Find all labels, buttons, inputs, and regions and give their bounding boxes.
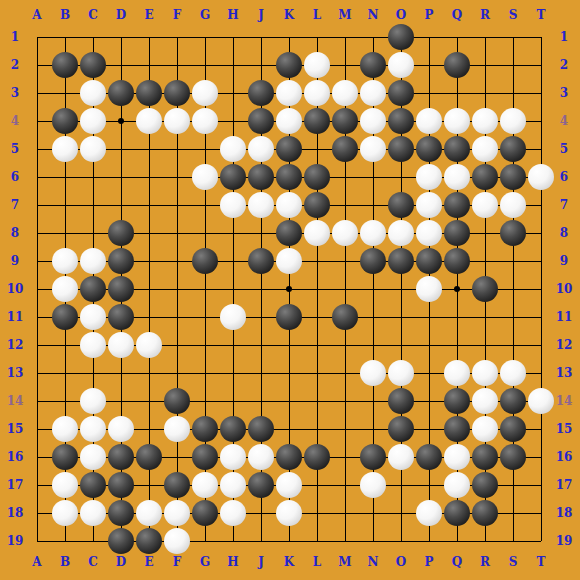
row-label-right-1: 1 (550, 29, 578, 45)
stone-F14-black: ● (164, 388, 190, 414)
stone-B4-black: ● (52, 108, 78, 134)
stone-R10-black: ● (472, 276, 498, 302)
stone-E3-black: ● (136, 80, 162, 106)
stone-Q18-black: ● (444, 500, 470, 526)
stone-Q7-black: ● (444, 192, 470, 218)
stone-S4-white: ○ (500, 108, 526, 134)
stone-O16-white: ○ (388, 444, 414, 470)
stone-O3-black: ● (388, 80, 414, 106)
stone-P4-white: ○ (416, 108, 442, 134)
stone-N13-white: ○ (360, 360, 386, 386)
stone-F15-white: ○ (164, 416, 190, 442)
stone-K9-white: ○ (276, 248, 302, 274)
stone-R13-white: ○ (472, 360, 498, 386)
stone-J5-white: ○ (248, 136, 274, 162)
row-label-left-18: 18 (1, 505, 29, 521)
row-label-right-5: 5 (550, 141, 578, 157)
stone-Q8-black: ● (444, 220, 470, 246)
stone-P6-white: ○ (416, 164, 442, 190)
col-label-top-O: O (387, 7, 415, 23)
stone-O1-black: ● (388, 24, 414, 50)
stone-K5-black: ● (276, 136, 302, 162)
col-label-top-S: S (499, 7, 527, 23)
col-label-bottom-H: H (219, 554, 247, 570)
stone-P18-white: ○ (416, 500, 442, 526)
stone-K16-black: ● (276, 444, 302, 470)
stone-F4-white: ○ (164, 108, 190, 134)
stone-R15-white: ○ (472, 416, 498, 442)
row-label-left-5: 5 (1, 141, 29, 157)
col-label-bottom-Q: Q (443, 554, 471, 570)
col-label-bottom-M: M (331, 554, 359, 570)
col-label-bottom-P: P (415, 554, 443, 570)
stone-P7-white: ○ (416, 192, 442, 218)
row-label-left-14: 14 (1, 393, 29, 409)
stone-H7-white: ○ (220, 192, 246, 218)
col-label-bottom-B: B (51, 554, 79, 570)
stone-O8-white: ○ (388, 220, 414, 246)
stone-P9-black: ● (416, 248, 442, 274)
row-label-right-12: 12 (550, 337, 578, 353)
stone-O9-black: ● (388, 248, 414, 274)
stone-R6-black: ● (472, 164, 498, 190)
row-label-right-11: 11 (550, 309, 578, 325)
stone-L4-black: ● (304, 108, 330, 134)
col-label-top-L: L (303, 7, 331, 23)
stone-N16-black: ● (360, 444, 386, 470)
stone-B10-white: ○ (52, 276, 78, 302)
col-label-bottom-R: R (471, 554, 499, 570)
stone-P10-white: ○ (416, 276, 442, 302)
stone-H6-black: ● (220, 164, 246, 190)
stone-S13-white: ○ (500, 360, 526, 386)
row-label-right-13: 13 (550, 365, 578, 381)
stone-F17-black: ● (164, 472, 190, 498)
stone-B15-white: ○ (52, 416, 78, 442)
row-label-left-13: 13 (1, 365, 29, 381)
stone-B16-black: ● (52, 444, 78, 470)
stone-M8-white: ○ (332, 220, 358, 246)
stone-F19-white: ○ (164, 528, 190, 554)
col-label-top-J: J (247, 7, 275, 23)
stone-C9-white: ○ (80, 248, 106, 274)
row-label-right-16: 16 (550, 449, 578, 465)
stone-K6-black: ● (276, 164, 302, 190)
stone-B9-white: ○ (52, 248, 78, 274)
stone-H17-white: ○ (220, 472, 246, 498)
stone-G16-black: ● (192, 444, 218, 470)
star-point-Q10 (454, 286, 460, 292)
stone-P5-black: ● (416, 136, 442, 162)
stone-Q17-white: ○ (444, 472, 470, 498)
stone-F3-black: ● (164, 80, 190, 106)
stone-P8-white: ○ (416, 220, 442, 246)
stone-G18-black: ● (192, 500, 218, 526)
stone-C12-white: ○ (80, 332, 106, 358)
row-label-left-11: 11 (1, 309, 29, 325)
row-label-left-7: 7 (1, 197, 29, 213)
stone-G15-black: ● (192, 416, 218, 442)
col-label-bottom-T: T (527, 554, 555, 570)
col-label-top-T: T (527, 7, 555, 23)
stone-E4-white: ○ (136, 108, 162, 134)
col-label-top-B: B (51, 7, 79, 23)
stone-S16-black: ● (500, 444, 526, 470)
row-label-right-18: 18 (550, 505, 578, 521)
row-label-left-16: 16 (1, 449, 29, 465)
stone-H16-white: ○ (220, 444, 246, 470)
stone-E18-white: ○ (136, 500, 162, 526)
stone-G6-white: ○ (192, 164, 218, 190)
stone-M11-black: ● (332, 304, 358, 330)
stone-N5-white: ○ (360, 136, 386, 162)
row-label-left-1: 1 (1, 29, 29, 45)
stone-C10-black: ● (80, 276, 106, 302)
stone-C4-white: ○ (80, 108, 106, 134)
stone-N4-white: ○ (360, 108, 386, 134)
col-label-top-H: H (219, 7, 247, 23)
col-label-bottom-K: K (275, 554, 303, 570)
stone-G17-white: ○ (192, 472, 218, 498)
stone-N8-white: ○ (360, 220, 386, 246)
stone-M5-black: ● (332, 136, 358, 162)
stone-S8-black: ● (500, 220, 526, 246)
col-label-bottom-J: J (247, 554, 275, 570)
stone-E12-white: ○ (136, 332, 162, 358)
row-label-left-8: 8 (1, 225, 29, 241)
stone-T6-white: ○ (528, 164, 554, 190)
row-label-left-9: 9 (1, 253, 29, 269)
row-label-right-19: 19 (550, 533, 578, 549)
stone-Q13-white: ○ (444, 360, 470, 386)
stone-O14-black: ● (388, 388, 414, 414)
col-label-top-A: A (23, 7, 51, 23)
stone-J3-black: ● (248, 80, 274, 106)
stone-O4-black: ● (388, 108, 414, 134)
stone-K7-white: ○ (276, 192, 302, 218)
stone-D11-black: ● (108, 304, 134, 330)
stone-S6-black: ● (500, 164, 526, 190)
stone-J7-white: ○ (248, 192, 274, 218)
stone-O5-black: ● (388, 136, 414, 162)
stone-N2-black: ● (360, 52, 386, 78)
stone-N17-white: ○ (360, 472, 386, 498)
stone-D10-black: ● (108, 276, 134, 302)
col-label-bottom-N: N (359, 554, 387, 570)
stone-Q6-white: ○ (444, 164, 470, 190)
col-label-bottom-G: G (191, 554, 219, 570)
row-label-right-10: 10 (550, 281, 578, 297)
row-label-left-17: 17 (1, 477, 29, 493)
stone-J16-white: ○ (248, 444, 274, 470)
stone-H18-white: ○ (220, 500, 246, 526)
col-label-top-M: M (331, 7, 359, 23)
stone-O15-black: ● (388, 416, 414, 442)
col-label-top-F: F (163, 7, 191, 23)
row-label-left-3: 3 (1, 85, 29, 101)
star-point-K10 (286, 286, 292, 292)
stone-L7-black: ● (304, 192, 330, 218)
row-label-right-2: 2 (550, 57, 578, 73)
stone-L6-black: ● (304, 164, 330, 190)
stone-L16-black: ● (304, 444, 330, 470)
col-label-top-N: N (359, 7, 387, 23)
stone-D17-black: ● (108, 472, 134, 498)
stone-B5-white: ○ (52, 136, 78, 162)
row-label-right-8: 8 (550, 225, 578, 241)
stone-C16-white: ○ (80, 444, 106, 470)
stone-D8-black: ● (108, 220, 134, 246)
stone-D19-black: ● (108, 528, 134, 554)
stone-R7-white: ○ (472, 192, 498, 218)
col-label-top-P: P (415, 7, 443, 23)
col-label-bottom-D: D (107, 554, 135, 570)
col-label-bottom-C: C (79, 554, 107, 570)
stone-B11-black: ● (52, 304, 78, 330)
stone-H15-black: ● (220, 416, 246, 442)
col-label-bottom-A: A (23, 554, 51, 570)
stone-J4-black: ● (248, 108, 274, 134)
row-label-left-10: 10 (1, 281, 29, 297)
stone-M3-white: ○ (332, 80, 358, 106)
stone-K8-black: ● (276, 220, 302, 246)
stone-K18-white: ○ (276, 500, 302, 526)
stone-K3-white: ○ (276, 80, 302, 106)
stone-H11-white: ○ (220, 304, 246, 330)
stone-L3-white: ○ (304, 80, 330, 106)
stone-L8-white: ○ (304, 220, 330, 246)
stone-R4-white: ○ (472, 108, 498, 134)
col-label-bottom-F: F (163, 554, 191, 570)
col-label-top-C: C (79, 7, 107, 23)
stone-C11-white: ○ (80, 304, 106, 330)
row-label-right-14: 14 (550, 393, 578, 409)
col-label-bottom-O: O (387, 554, 415, 570)
stone-R16-black: ● (472, 444, 498, 470)
col-label-top-R: R (471, 7, 499, 23)
stone-N9-black: ● (360, 248, 386, 274)
stone-Q4-white: ○ (444, 108, 470, 134)
stone-F18-white: ○ (164, 500, 190, 526)
stone-O7-black: ● (388, 192, 414, 218)
stone-Q15-black: ● (444, 416, 470, 442)
stone-J15-black: ● (248, 416, 274, 442)
col-label-top-K: K (275, 7, 303, 23)
row-label-right-6: 6 (550, 169, 578, 185)
stone-K2-black: ● (276, 52, 302, 78)
stone-S5-black: ● (500, 136, 526, 162)
stone-C5-white: ○ (80, 136, 106, 162)
stone-P16-black: ● (416, 444, 442, 470)
row-label-left-15: 15 (1, 421, 29, 437)
row-label-right-9: 9 (550, 253, 578, 269)
stone-J6-black: ● (248, 164, 274, 190)
stone-E19-black: ● (136, 528, 162, 554)
stone-K11-black: ● (276, 304, 302, 330)
stone-C3-white: ○ (80, 80, 106, 106)
stone-B17-white: ○ (52, 472, 78, 498)
stone-C17-black: ● (80, 472, 106, 498)
row-label-right-17: 17 (550, 477, 578, 493)
stone-Q2-black: ● (444, 52, 470, 78)
stone-S15-black: ● (500, 416, 526, 442)
stone-D3-black: ● (108, 80, 134, 106)
stone-R14-white: ○ (472, 388, 498, 414)
col-label-top-E: E (135, 7, 163, 23)
go-board[interactable]: AABBCCDDEEFFGGHHJJKKLLMMNNOOPPQQRRSSTT11… (0, 0, 580, 580)
col-label-top-G: G (191, 7, 219, 23)
row-label-left-12: 12 (1, 337, 29, 353)
stone-K17-white: ○ (276, 472, 302, 498)
row-label-left-6: 6 (1, 169, 29, 185)
stone-J17-black: ● (248, 472, 274, 498)
stone-B18-white: ○ (52, 500, 78, 526)
stone-S7-white: ○ (500, 192, 526, 218)
stone-C2-black: ● (80, 52, 106, 78)
stone-B2-black: ● (52, 52, 78, 78)
stone-Q14-black: ● (444, 388, 470, 414)
row-label-right-3: 3 (550, 85, 578, 101)
stone-C18-white: ○ (80, 500, 106, 526)
stone-G3-white: ○ (192, 80, 218, 106)
stone-R5-white: ○ (472, 136, 498, 162)
stone-S14-black: ● (500, 388, 526, 414)
stone-O13-white: ○ (388, 360, 414, 386)
col-label-bottom-S: S (499, 554, 527, 570)
star-point-D4 (118, 118, 124, 124)
stone-D18-black: ● (108, 500, 134, 526)
stone-E16-black: ● (136, 444, 162, 470)
stone-J9-black: ● (248, 248, 274, 274)
row-label-right-7: 7 (550, 197, 578, 213)
col-label-bottom-E: E (135, 554, 163, 570)
stone-H5-white: ○ (220, 136, 246, 162)
row-label-right-4: 4 (550, 113, 578, 129)
stone-N3-white: ○ (360, 80, 386, 106)
stone-Q16-white: ○ (444, 444, 470, 470)
stone-D9-black: ● (108, 248, 134, 274)
stone-C14-white: ○ (80, 388, 106, 414)
stone-G4-white: ○ (192, 108, 218, 134)
row-label-left-19: 19 (1, 533, 29, 549)
stone-D15-white: ○ (108, 416, 134, 442)
row-label-right-15: 15 (550, 421, 578, 437)
stone-Q9-black: ● (444, 248, 470, 274)
col-label-top-Q: Q (443, 7, 471, 23)
stone-D12-white: ○ (108, 332, 134, 358)
stone-M4-black: ● (332, 108, 358, 134)
stone-C15-white: ○ (80, 416, 106, 442)
stone-O2-white: ○ (388, 52, 414, 78)
col-label-top-D: D (107, 7, 135, 23)
stone-T14-white: ○ (528, 388, 554, 414)
stone-R18-black: ● (472, 500, 498, 526)
stone-K4-white: ○ (276, 108, 302, 134)
row-label-left-2: 2 (1, 57, 29, 73)
stone-Q5-black: ● (444, 136, 470, 162)
row-label-left-4: 4 (1, 113, 29, 129)
stone-R17-black: ● (472, 472, 498, 498)
stone-L2-white: ○ (304, 52, 330, 78)
stone-G9-black: ● (192, 248, 218, 274)
stone-D16-black: ● (108, 444, 134, 470)
col-label-bottom-L: L (303, 554, 331, 570)
